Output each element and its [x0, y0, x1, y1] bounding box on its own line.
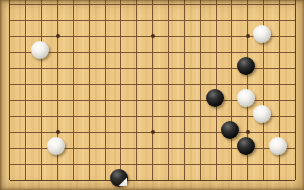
board-intersection[interactable] — [18, 124, 34, 140]
board-intersection[interactable] — [2, 76, 18, 92]
grid-horizontal-line — [34, 68, 50, 69]
grid-horizontal-line — [287, 20, 295, 21]
board-intersection[interactable] — [272, 92, 288, 108]
grid-horizontal-line — [129, 132, 145, 133]
board-intersection[interactable] — [129, 92, 145, 108]
grid-horizontal-line — [224, 116, 240, 117]
board-intersection[interactable] — [34, 172, 50, 188]
board-intersection[interactable] — [176, 92, 192, 108]
board-intersection[interactable] — [129, 28, 145, 44]
board-intersection[interactable] — [208, 0, 224, 12]
board-intersection[interactable] — [129, 76, 145, 92]
grid-horizontal-line — [192, 84, 208, 85]
grid-horizontal-line — [65, 4, 81, 5]
board-intersection[interactable] — [18, 60, 34, 76]
grid-horizontal-line — [176, 148, 192, 149]
board-intersection[interactable] — [18, 156, 34, 172]
board-intersection[interactable] — [65, 92, 81, 108]
grid-horizontal-line — [176, 84, 192, 85]
grid-horizontal-line — [287, 36, 295, 37]
grid-vertical-line — [247, 0, 248, 12]
board-intersection[interactable] — [287, 156, 303, 172]
grid-vertical-line — [89, 0, 90, 12]
board-intersection[interactable] — [81, 156, 97, 172]
board-intersection[interactable] — [113, 28, 129, 44]
board-intersection[interactable] — [240, 156, 256, 172]
grid-horizontal-line — [18, 84, 34, 85]
grid-horizontal-line — [81, 68, 97, 69]
board-intersection[interactable] — [65, 140, 81, 156]
grid-horizontal-line — [97, 132, 113, 133]
grid-horizontal-line — [65, 36, 81, 37]
board-intersection[interactable] — [50, 108, 66, 124]
star-point — [56, 130, 60, 134]
grid-horizontal-line — [18, 132, 34, 133]
board-intersection[interactable] — [65, 0, 81, 12]
grid-horizontal-line — [256, 100, 272, 101]
board-intersection[interactable] — [192, 12, 208, 28]
board-intersection[interactable] — [192, 28, 208, 44]
go-board[interactable] — [0, 0, 304, 190]
board-intersection[interactable] — [161, 108, 177, 124]
board-intersection[interactable] — [145, 156, 161, 172]
board-intersection[interactable] — [113, 60, 129, 76]
grid-horizontal-line — [208, 148, 224, 149]
grid-vertical-line — [105, 0, 106, 12]
grid-horizontal-line — [34, 180, 50, 181]
grid-horizontal-line — [34, 4, 50, 5]
board-intersection[interactable] — [97, 60, 113, 76]
board-intersection[interactable] — [129, 172, 145, 188]
board-intersection[interactable] — [129, 156, 145, 172]
board-intersection[interactable] — [2, 60, 18, 76]
board-intersection[interactable] — [65, 172, 81, 188]
grid-horizontal-line — [81, 148, 97, 149]
board-intersection[interactable] — [129, 108, 145, 124]
grid-horizontal-line — [18, 20, 34, 21]
grid-horizontal-line — [81, 20, 97, 21]
board-intersection[interactable] — [18, 0, 34, 12]
grid-horizontal-line — [145, 116, 161, 117]
board-intersection[interactable] — [176, 0, 192, 12]
board-intersection[interactable] — [224, 0, 240, 12]
star-point — [151, 130, 155, 134]
grid-horizontal-line — [97, 164, 113, 165]
black-stone-H1 — [110, 169, 128, 187]
grid-horizontal-line — [272, 116, 288, 117]
board-intersection[interactable] — [145, 92, 161, 108]
grid-horizontal-line — [113, 100, 129, 101]
board-intersection[interactable] — [50, 76, 66, 92]
board-intersection[interactable] — [65, 124, 81, 140]
board-intersection[interactable] — [287, 172, 303, 188]
board-intersection[interactable] — [65, 28, 81, 44]
board-intersection[interactable] — [50, 156, 66, 172]
grid-horizontal-line — [145, 164, 161, 165]
grid-vertical-line — [41, 0, 42, 12]
board-intersection[interactable] — [34, 156, 50, 172]
grid-horizontal-line — [34, 100, 50, 101]
board-intersection[interactable] — [161, 12, 177, 28]
board-intersection[interactable] — [2, 12, 18, 28]
board-intersection[interactable] — [272, 172, 288, 188]
grid-horizontal-line — [129, 180, 145, 181]
board-intersection[interactable] — [272, 76, 288, 92]
board-intersection[interactable] — [97, 108, 113, 124]
board-intersection[interactable] — [97, 140, 113, 156]
board-intersection[interactable] — [224, 28, 240, 44]
grid-horizontal-line — [81, 84, 97, 85]
board-intersection[interactable] — [145, 76, 161, 92]
board-intersection[interactable] — [145, 172, 161, 188]
grid-horizontal-line — [145, 84, 161, 85]
board-intersection[interactable] — [81, 92, 97, 108]
board-intersection[interactable] — [176, 172, 192, 188]
grid-horizontal-line — [192, 20, 208, 21]
grid-horizontal-line — [81, 132, 97, 133]
board-intersection[interactable] — [272, 44, 288, 60]
board-intersection[interactable] — [2, 140, 18, 156]
grid-horizontal-line — [240, 4, 256, 5]
board-intersection[interactable] — [272, 156, 288, 172]
board-intersection[interactable] — [272, 60, 288, 76]
board-intersection[interactable] — [161, 76, 177, 92]
board-intersection[interactable] — [287, 44, 303, 60]
grid-vertical-line — [73, 0, 74, 12]
board-intersection[interactable] — [97, 12, 113, 28]
grid-horizontal-line — [65, 116, 81, 117]
board-intersection[interactable] — [224, 44, 240, 60]
grid-horizontal-line — [18, 116, 34, 117]
board-intersection[interactable] — [50, 60, 66, 76]
board-intersection[interactable] — [256, 124, 272, 140]
board-intersection[interactable] — [129, 60, 145, 76]
board-intersection[interactable] — [272, 0, 288, 12]
grid-horizontal-line — [256, 4, 272, 5]
grid-horizontal-line — [287, 68, 295, 69]
board-intersection[interactable] — [18, 76, 34, 92]
grid-horizontal-line — [224, 164, 240, 165]
board-intersection[interactable] — [81, 76, 97, 92]
board-intersection[interactable] — [145, 140, 161, 156]
grid-horizontal-line — [34, 20, 50, 21]
board-intersection[interactable] — [176, 28, 192, 44]
board-intersection[interactable] — [113, 108, 129, 124]
board-intersection[interactable] — [81, 28, 97, 44]
board-intersection[interactable] — [176, 124, 192, 140]
grid-horizontal-line — [176, 132, 192, 133]
board-intersection[interactable] — [50, 0, 66, 12]
board-intersection[interactable] — [34, 60, 50, 76]
grid-horizontal-line — [240, 52, 256, 53]
grid-horizontal-line — [161, 36, 177, 37]
board-intersection[interactable] — [129, 140, 145, 156]
board-intersection[interactable] — [176, 76, 192, 92]
grid-horizontal-line — [65, 148, 81, 149]
board-intersection[interactable] — [2, 28, 18, 44]
board-intersection[interactable] — [18, 28, 34, 44]
board-intersection[interactable] — [161, 0, 177, 12]
board-intersection[interactable] — [34, 108, 50, 124]
grid-horizontal-line — [81, 36, 97, 37]
board-intersection[interactable] — [113, 76, 129, 92]
grid-horizontal-line — [65, 132, 81, 133]
board-intersection[interactable] — [256, 172, 272, 188]
grid-horizontal-line — [113, 132, 129, 133]
board-intersection[interactable] — [113, 12, 129, 28]
board-intersection[interactable] — [287, 124, 303, 140]
board-intersection[interactable] — [161, 156, 177, 172]
board-intersection[interactable] — [2, 156, 18, 172]
board-intersection[interactable] — [97, 44, 113, 60]
board-intersection[interactable] — [34, 76, 50, 92]
grid-horizontal-line — [161, 100, 177, 101]
board-intersection[interactable] — [287, 28, 303, 44]
board-intersection[interactable] — [224, 172, 240, 188]
board-intersection[interactable] — [192, 0, 208, 12]
grid-horizontal-line — [192, 52, 208, 53]
grid-horizontal-line — [97, 68, 113, 69]
board-intersection[interactable] — [208, 44, 224, 60]
board-intersection[interactable] — [256, 156, 272, 172]
board-intersection[interactable] — [192, 76, 208, 92]
grid-horizontal-line — [272, 180, 288, 181]
board-intersection[interactable] — [272, 108, 288, 124]
board-intersection[interactable] — [18, 140, 34, 156]
board-intersection[interactable] — [287, 108, 303, 124]
board-intersection[interactable] — [161, 28, 177, 44]
grid-horizontal-line — [161, 148, 177, 149]
board-intersection[interactable] — [287, 140, 303, 156]
board-intersection[interactable] — [145, 108, 161, 124]
board-intersection[interactable] — [272, 28, 288, 44]
board-intersection[interactable] — [97, 0, 113, 12]
board-intersection[interactable] — [65, 76, 81, 92]
board-intersection[interactable] — [192, 172, 208, 188]
last-move-triangle-marker — [118, 177, 127, 186]
board-intersection[interactable] — [145, 0, 161, 12]
grid-horizontal-line — [176, 20, 192, 21]
grid-horizontal-line — [113, 36, 129, 37]
board-intersection[interactable] — [50, 12, 66, 28]
grid-horizontal-line — [192, 164, 208, 165]
grid-horizontal-line — [97, 148, 113, 149]
board-intersection[interactable] — [161, 124, 177, 140]
board-intersection[interactable] — [208, 108, 224, 124]
grid-horizontal-line — [81, 100, 97, 101]
board-intersection[interactable] — [256, 44, 272, 60]
star-point — [151, 34, 155, 38]
board-intersection[interactable] — [208, 12, 224, 28]
board-intersection[interactable] — [65, 60, 81, 76]
white-stone-S3 — [269, 137, 287, 155]
grid-horizontal-line — [10, 68, 18, 69]
board-intersection[interactable] — [161, 172, 177, 188]
board-intersection[interactable] — [208, 172, 224, 188]
grid-horizontal-line — [272, 100, 288, 101]
board-intersection[interactable] — [2, 92, 18, 108]
board-intersection[interactable] — [34, 92, 50, 108]
board-intersection[interactable] — [224, 156, 240, 172]
board-intersection[interactable] — [113, 140, 129, 156]
board-intersection[interactable] — [2, 172, 18, 188]
black-stone-O6 — [206, 89, 224, 107]
board-intersection[interactable] — [34, 0, 50, 12]
board-intersection[interactable] — [224, 76, 240, 92]
grid-horizontal-line — [50, 52, 66, 53]
grid-horizontal-line — [287, 164, 295, 165]
board-intersection[interactable] — [97, 28, 113, 44]
board-intersection[interactable] — [81, 140, 97, 156]
board-intersection[interactable] — [113, 0, 129, 12]
board-intersection[interactable] — [129, 12, 145, 28]
board-intersection[interactable] — [208, 156, 224, 172]
grid-horizontal-line — [208, 116, 224, 117]
grid-horizontal-line — [18, 4, 34, 5]
board-intersection[interactable] — [18, 92, 34, 108]
board-intersection[interactable] — [97, 76, 113, 92]
board-intersection[interactable] — [208, 60, 224, 76]
grid-horizontal-line — [192, 132, 208, 133]
board-intersection[interactable] — [145, 60, 161, 76]
grid-horizontal-line — [113, 148, 129, 149]
board-intersection[interactable] — [129, 0, 145, 12]
board-intersection[interactable] — [113, 92, 129, 108]
grid-horizontal-line — [113, 84, 129, 85]
grid-vertical-line — [216, 0, 217, 12]
grid-horizontal-line — [287, 180, 295, 181]
board-intersection[interactable] — [192, 44, 208, 60]
board-intersection[interactable] — [34, 12, 50, 28]
board-intersection[interactable] — [272, 12, 288, 28]
board-intersection[interactable] — [50, 172, 66, 188]
board-intersection[interactable] — [240, 12, 256, 28]
board-intersection[interactable] — [287, 12, 303, 28]
board-intersection[interactable] — [192, 156, 208, 172]
grid-horizontal-line — [240, 84, 256, 85]
grid-horizontal-line — [81, 116, 97, 117]
grid-vertical-line — [120, 0, 121, 12]
grid-horizontal-line — [50, 4, 66, 5]
grid-vertical-line — [57, 0, 58, 12]
board-intersection[interactable] — [81, 124, 97, 140]
grid-horizontal-line — [113, 20, 129, 21]
board-intersection[interactable] — [287, 0, 303, 12]
board-intersection[interactable] — [192, 60, 208, 76]
board-intersection[interactable] — [287, 76, 303, 92]
board-intersection[interactable] — [81, 44, 97, 60]
board-intersection[interactable] — [176, 12, 192, 28]
board-intersection[interactable] — [65, 12, 81, 28]
board-intersection[interactable] — [161, 140, 177, 156]
board-intersection[interactable] — [65, 156, 81, 172]
board-intersection[interactable] — [208, 140, 224, 156]
board-intersection[interactable] — [192, 124, 208, 140]
board-intersection[interactable] — [161, 92, 177, 108]
board-intersection[interactable] — [2, 44, 18, 60]
grid-horizontal-line — [161, 68, 177, 69]
board-intersection[interactable] — [256, 60, 272, 76]
board-intersection[interactable] — [176, 60, 192, 76]
grid-vertical-line — [200, 0, 201, 12]
grid-horizontal-line — [34, 84, 50, 85]
grid-horizontal-line — [50, 116, 66, 117]
grid-horizontal-line — [113, 164, 129, 165]
board-intersection[interactable] — [287, 92, 303, 108]
board-intersection[interactable] — [81, 60, 97, 76]
grid-horizontal-line — [224, 4, 240, 5]
board-intersection[interactable] — [161, 60, 177, 76]
board-intersection[interactable] — [97, 92, 113, 108]
board-intersection[interactable] — [161, 44, 177, 60]
board-intersection[interactable] — [113, 124, 129, 140]
grid-horizontal-line — [97, 36, 113, 37]
board-intersection[interactable] — [176, 44, 192, 60]
board-intersection[interactable] — [192, 108, 208, 124]
grid-horizontal-line — [50, 20, 66, 21]
board-intersection[interactable] — [256, 0, 272, 12]
board-intersection[interactable] — [65, 44, 81, 60]
grid-horizontal-line — [161, 180, 177, 181]
board-intersection[interactable] — [192, 140, 208, 156]
board-intersection[interactable] — [18, 12, 34, 28]
board-intersection[interactable] — [81, 0, 97, 12]
grid-horizontal-line — [192, 180, 208, 181]
board-intersection[interactable] — [65, 108, 81, 124]
board-intersection[interactable] — [81, 108, 97, 124]
board-intersection[interactable] — [240, 0, 256, 12]
board-intersection[interactable] — [240, 172, 256, 188]
grid-horizontal-line — [224, 84, 240, 85]
board-intersection[interactable] — [287, 60, 303, 76]
board-intersection[interactable] — [145, 44, 161, 60]
grid-horizontal-line — [192, 68, 208, 69]
board-intersection[interactable] — [18, 172, 34, 188]
board-intersection[interactable] — [129, 124, 145, 140]
grid-horizontal-line — [145, 52, 161, 53]
board-intersection[interactable] — [224, 12, 240, 28]
board-intersection[interactable] — [2, 108, 18, 124]
board-intersection[interactable] — [81, 172, 97, 188]
grid-horizontal-line — [192, 148, 208, 149]
board-intersection[interactable] — [176, 108, 192, 124]
board-intersection[interactable] — [176, 140, 192, 156]
board-intersection[interactable] — [2, 0, 18, 12]
board-intersection[interactable] — [34, 124, 50, 140]
board-intersection[interactable] — [176, 156, 192, 172]
board-intersection[interactable] — [256, 76, 272, 92]
white-stone-D3 — [47, 137, 65, 155]
grid-horizontal-line — [129, 52, 145, 53]
grid-horizontal-line — [81, 164, 97, 165]
board-intersection[interactable] — [97, 156, 113, 172]
board-intersection[interactable] — [97, 124, 113, 140]
grid-horizontal-line — [272, 68, 288, 69]
board-intersection[interactable] — [81, 12, 97, 28]
grid-horizontal-line — [97, 52, 113, 53]
board-intersection[interactable] — [50, 92, 66, 108]
board-intersection[interactable] — [129, 44, 145, 60]
board-intersection[interactable] — [50, 44, 66, 60]
board-intersection[interactable] — [145, 12, 161, 28]
grid-horizontal-line — [240, 180, 256, 181]
grid-horizontal-line — [18, 148, 34, 149]
board-intersection[interactable] — [208, 28, 224, 44]
board-intersection[interactable] — [2, 124, 18, 140]
board-intersection[interactable] — [18, 108, 34, 124]
board-intersection[interactable] — [113, 44, 129, 60]
grid-horizontal-line — [129, 148, 145, 149]
